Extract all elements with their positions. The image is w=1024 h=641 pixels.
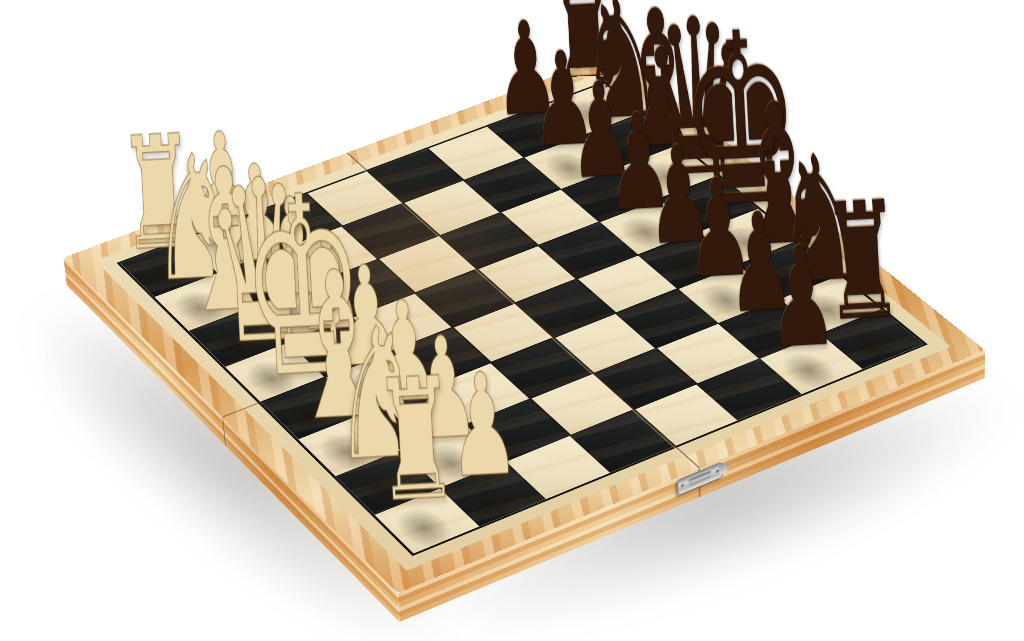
perspective-container: ♜♞♝♛♚♝♞♜♟♟♟♟♟♟♟♟♟♟♟♟♟♟♟♟♜♞♝♛♚♝♞♜ <box>0 0 1024 641</box>
chess-set-photo: ♜♞♝♛♚♝♞♜♟♟♟♟♟♟♟♟♟♟♟♟♟♟♟♟♜♞♝♛♚♝♞♜ <box>0 0 1024 641</box>
black-pawn-glyph: ♟ <box>742 227 861 370</box>
clasp-lever <box>689 470 712 486</box>
clasp-screw <box>681 483 685 488</box>
piece-layer: ♜♞♝♛♚♝♞♜♟♟♟♟♟♟♟♟♟♟♟♟♟♟♟♟♜♞♝♛♚♝♞♜ <box>63 53 985 593</box>
chess-board: ♜♞♝♛♚♝♞♜♟♟♟♟♟♟♟♟♟♟♟♟♟♟♟♟♜♞♝♛♚♝♞♜ <box>63 53 985 593</box>
side-front-joint <box>222 417 226 446</box>
white-rook-glyph: ♜ <box>353 353 478 527</box>
clasp-hook <box>719 462 727 475</box>
